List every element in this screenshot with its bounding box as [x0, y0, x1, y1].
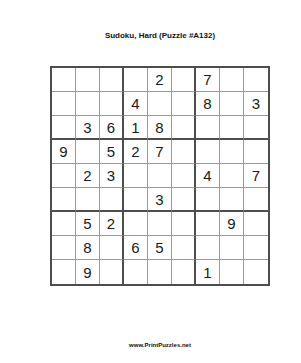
sudoku-cell[interactable] [220, 140, 244, 164]
sudoku-cell[interactable] [244, 188, 268, 212]
sudoku-cell[interactable]: 4 [196, 164, 220, 188]
sudoku-cell[interactable] [172, 164, 196, 188]
sudoku-cell[interactable]: 5 [76, 212, 100, 236]
sudoku-cell[interactable] [172, 140, 196, 164]
sudoku-cell[interactable] [220, 92, 244, 116]
sudoku-cell[interactable]: 7 [244, 164, 268, 188]
sudoku-cell[interactable] [244, 116, 268, 140]
sudoku-cell[interactable]: 9 [220, 212, 244, 236]
sudoku-cell[interactable] [76, 68, 100, 92]
sudoku-cell[interactable]: 2 [76, 164, 100, 188]
sudoku-cell[interactable] [124, 260, 148, 284]
sudoku-cell[interactable] [220, 68, 244, 92]
sudoku-cell[interactable]: 4 [124, 92, 148, 116]
sudoku-cell[interactable] [244, 236, 268, 260]
sudoku-cell[interactable]: 3 [100, 164, 124, 188]
sudoku-cell[interactable]: 8 [148, 116, 172, 140]
sudoku-cell[interactable]: 5 [100, 140, 124, 164]
sudoku-cell[interactable] [124, 188, 148, 212]
sudoku-cell[interactable]: 8 [196, 92, 220, 116]
sudoku-cell[interactable] [148, 212, 172, 236]
sudoku-cell[interactable] [172, 116, 196, 140]
sudoku-cell[interactable] [172, 68, 196, 92]
sudoku-cell[interactable] [52, 68, 76, 92]
sudoku-cell[interactable] [76, 140, 100, 164]
footer-url: www.PrintPuzzles.net [20, 342, 301, 348]
sudoku-cell[interactable] [100, 92, 124, 116]
sudoku-grid: 27483361895272347352986591 [50, 66, 270, 286]
sudoku-cell[interactable]: 7 [148, 140, 172, 164]
sudoku-cell[interactable] [124, 212, 148, 236]
sudoku-cell[interactable]: 1 [196, 260, 220, 284]
sudoku-cell[interactable] [172, 92, 196, 116]
sudoku-cell[interactable] [52, 164, 76, 188]
sudoku-cell[interactable] [172, 260, 196, 284]
sudoku-cell[interactable]: 9 [76, 260, 100, 284]
sudoku-cell[interactable] [220, 236, 244, 260]
sudoku-cell[interactable]: 2 [148, 68, 172, 92]
sudoku-cell[interactable] [148, 164, 172, 188]
sudoku-cell[interactable]: 6 [100, 116, 124, 140]
sudoku-cell[interactable] [196, 188, 220, 212]
sudoku-cell[interactable] [52, 212, 76, 236]
sudoku-cell[interactable] [172, 212, 196, 236]
sudoku-cell[interactable] [196, 116, 220, 140]
sudoku-cell[interactable] [220, 116, 244, 140]
sudoku-cell[interactable] [100, 236, 124, 260]
sudoku-cell[interactable] [100, 68, 124, 92]
sudoku-cell[interactable] [124, 68, 148, 92]
sudoku-cell[interactable]: 3 [244, 92, 268, 116]
sudoku-cell[interactable] [100, 260, 124, 284]
sudoku-cell[interactable]: 3 [148, 188, 172, 212]
sudoku-cell[interactable] [52, 260, 76, 284]
sudoku-cell[interactable] [52, 116, 76, 140]
sudoku-cell[interactable] [124, 164, 148, 188]
sudoku-cell[interactable] [244, 260, 268, 284]
sudoku-cell[interactable] [52, 92, 76, 116]
sudoku-cell[interactable]: 7 [196, 68, 220, 92]
sudoku-cell[interactable] [244, 140, 268, 164]
sudoku-cell[interactable] [148, 260, 172, 284]
sudoku-cell[interactable] [172, 236, 196, 260]
sudoku-cell[interactable] [100, 188, 124, 212]
sudoku-cell[interactable]: 8 [76, 236, 100, 260]
sudoku-cell[interactable]: 9 [52, 140, 76, 164]
sudoku-cell[interactable] [244, 68, 268, 92]
sudoku-cell[interactable] [196, 236, 220, 260]
sudoku-cell[interactable]: 2 [124, 140, 148, 164]
sudoku-cell[interactable]: 1 [124, 116, 148, 140]
sudoku-cell[interactable] [76, 188, 100, 212]
sudoku-cell[interactable] [220, 164, 244, 188]
sudoku-cell[interactable] [172, 188, 196, 212]
sudoku-cell[interactable]: 2 [100, 212, 124, 236]
sudoku-cell[interactable] [52, 188, 76, 212]
sudoku-cell[interactable] [196, 140, 220, 164]
sudoku-cell[interactable] [76, 92, 100, 116]
sudoku-cell[interactable] [196, 212, 220, 236]
sudoku-cell[interactable]: 5 [148, 236, 172, 260]
sudoku-cell[interactable]: 3 [76, 116, 100, 140]
sudoku-cell[interactable] [52, 236, 76, 260]
sudoku-cell[interactable] [244, 212, 268, 236]
sudoku-cell[interactable] [220, 188, 244, 212]
sudoku-cell[interactable]: 6 [124, 236, 148, 260]
sudoku-cell[interactable] [148, 92, 172, 116]
sudoku-cell[interactable] [220, 260, 244, 284]
puzzle-title: Sudoku, Hard (Puzzle #A132) [20, 31, 301, 40]
page: Sudoku, Hard (Puzzle #A132) 274833618952… [20, 0, 301, 363]
